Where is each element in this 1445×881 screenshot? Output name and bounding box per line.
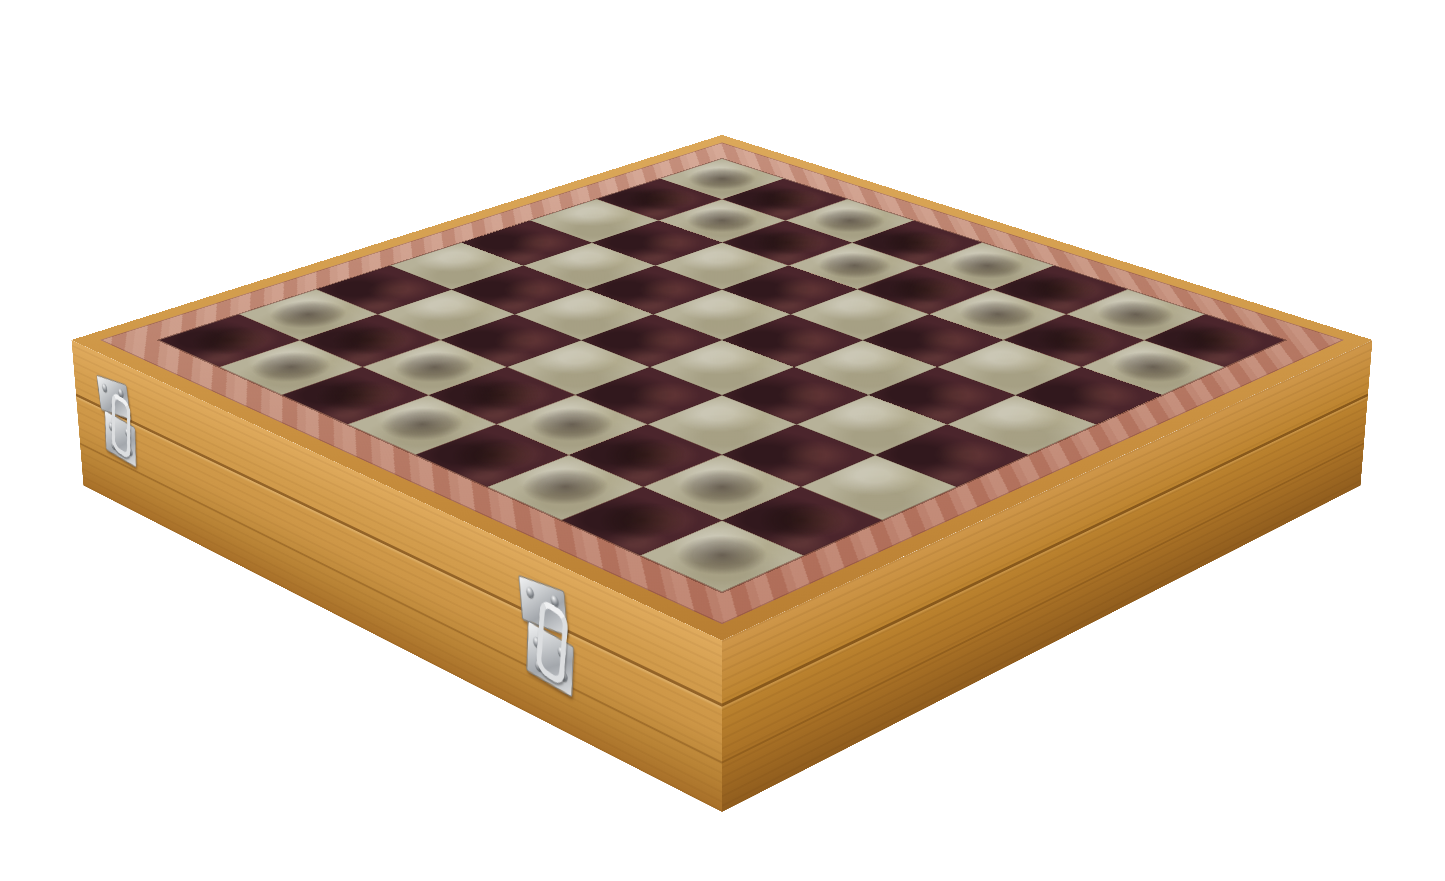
chess-set-photo: ♜♞♝♛♚♝♞♜♟♟♟♟♟♟♟♟♟♟♟♟♟♟♟♟♜♞♝♛♚♝♞♜ bbox=[0, 0, 1445, 881]
piece-black-pawn-h7: ♟ bbox=[1059, 166, 1247, 375]
piece-white-rook-h1: ♜ bbox=[589, 267, 856, 564]
latch-clasp-front bbox=[518, 572, 573, 707]
latch-clasp-left bbox=[96, 372, 138, 475]
chess-box-top-face: ♜♞♝♛♚♝♞♜♟♟♟♟♟♟♟♟♟♟♟♟♟♟♟♟♜♞♝♛♚♝♞♜ bbox=[71, 135, 1372, 640]
